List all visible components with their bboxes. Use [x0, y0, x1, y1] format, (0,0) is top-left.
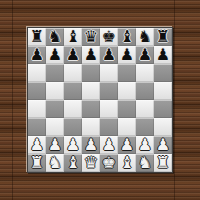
square-d4[interactable] — [82, 100, 100, 118]
square-g4[interactable] — [136, 100, 154, 118]
square-h6[interactable] — [154, 64, 172, 82]
square-h5[interactable] — [154, 82, 172, 100]
white-bishop-piece[interactable]: ♝ — [66, 154, 80, 172]
wood-plank-seam — [174, 0, 175, 200]
square-d6[interactable] — [82, 64, 100, 82]
square-f7[interactable]: ♟ — [118, 46, 136, 64]
square-f3[interactable] — [118, 118, 136, 136]
square-e3[interactable] — [100, 118, 118, 136]
black-king-piece[interactable]: ♚ — [102, 28, 116, 46]
square-c3[interactable] — [64, 118, 82, 136]
square-h7[interactable]: ♟ — [154, 46, 172, 64]
square-b4[interactable] — [46, 100, 64, 118]
square-c5[interactable] — [64, 82, 82, 100]
square-g8[interactable]: ♞ — [136, 28, 154, 46]
black-pawn-piece[interactable]: ♟ — [156, 46, 170, 64]
square-g7[interactable]: ♟ — [136, 46, 154, 64]
wood-table-background: ♜♞♝♛♚♝♞♜♟♟♟♟♟♟♟♟♟♟♟♟♟♟♟♟♜♞♝♛♚♝♞♜ — [0, 0, 200, 200]
black-pawn-piece[interactable]: ♟ — [138, 46, 152, 64]
white-pawn-piece[interactable]: ♟ — [120, 136, 134, 154]
white-pawn-piece[interactable]: ♟ — [66, 136, 80, 154]
black-pawn-piece[interactable]: ♟ — [102, 46, 116, 64]
square-c6[interactable] — [64, 64, 82, 82]
square-h8[interactable]: ♜ — [154, 28, 172, 46]
square-g3[interactable] — [136, 118, 154, 136]
square-b2[interactable]: ♟ — [46, 136, 64, 154]
square-g6[interactable] — [136, 64, 154, 82]
square-c1[interactable]: ♝ — [64, 154, 82, 172]
white-pawn-piece[interactable]: ♟ — [48, 136, 62, 154]
square-g2[interactable]: ♟ — [136, 136, 154, 154]
black-knight-piece[interactable]: ♞ — [138, 28, 152, 46]
black-pawn-piece[interactable]: ♟ — [84, 46, 98, 64]
white-pawn-piece[interactable]: ♟ — [156, 136, 170, 154]
square-d7[interactable]: ♟ — [82, 46, 100, 64]
square-a5[interactable] — [28, 82, 46, 100]
white-rook-piece[interactable]: ♜ — [156, 154, 170, 172]
square-f6[interactable] — [118, 64, 136, 82]
square-f5[interactable] — [118, 82, 136, 100]
square-g5[interactable] — [136, 82, 154, 100]
square-d5[interactable] — [82, 82, 100, 100]
black-pawn-piece[interactable]: ♟ — [30, 46, 44, 64]
square-e2[interactable]: ♟ — [100, 136, 118, 154]
square-f1[interactable]: ♝ — [118, 154, 136, 172]
white-king-piece[interactable]: ♚ — [102, 154, 116, 172]
square-e8[interactable]: ♚ — [100, 28, 118, 46]
black-pawn-piece[interactable]: ♟ — [120, 46, 134, 64]
black-knight-piece[interactable]: ♞ — [48, 28, 62, 46]
square-a7[interactable]: ♟ — [28, 46, 46, 64]
square-e5[interactable] — [100, 82, 118, 100]
black-pawn-piece[interactable]: ♟ — [66, 46, 80, 64]
square-b7[interactable]: ♟ — [46, 46, 64, 64]
black-rook-piece[interactable]: ♜ — [156, 28, 170, 46]
square-a4[interactable] — [28, 100, 46, 118]
wood-plank-seam — [12, 0, 13, 200]
white-queen-piece[interactable]: ♛ — [84, 154, 98, 172]
square-b5[interactable] — [46, 82, 64, 100]
chess-board: ♜♞♝♛♚♝♞♜♟♟♟♟♟♟♟♟♟♟♟♟♟♟♟♟♜♞♝♛♚♝♞♜ — [27, 27, 173, 173]
square-h3[interactable] — [154, 118, 172, 136]
white-pawn-piece[interactable]: ♟ — [138, 136, 152, 154]
black-pawn-piece[interactable]: ♟ — [48, 46, 62, 64]
square-d1[interactable]: ♛ — [82, 154, 100, 172]
square-f4[interactable] — [118, 100, 136, 118]
white-knight-piece[interactable]: ♞ — [48, 154, 62, 172]
white-pawn-piece[interactable]: ♟ — [102, 136, 116, 154]
square-c8[interactable]: ♝ — [64, 28, 82, 46]
black-bishop-piece[interactable]: ♝ — [66, 28, 80, 46]
square-e7[interactable]: ♟ — [100, 46, 118, 64]
black-bishop-piece[interactable]: ♝ — [120, 28, 134, 46]
square-a1[interactable]: ♜ — [28, 154, 46, 172]
square-a3[interactable] — [28, 118, 46, 136]
square-h4[interactable] — [154, 100, 172, 118]
black-queen-piece[interactable]: ♛ — [84, 28, 98, 46]
square-a8[interactable]: ♜ — [28, 28, 46, 46]
square-c2[interactable]: ♟ — [64, 136, 82, 154]
square-b8[interactable]: ♞ — [46, 28, 64, 46]
square-h2[interactable]: ♟ — [154, 136, 172, 154]
square-f8[interactable]: ♝ — [118, 28, 136, 46]
square-c4[interactable] — [64, 100, 82, 118]
square-h1[interactable]: ♜ — [154, 154, 172, 172]
square-a2[interactable]: ♟ — [28, 136, 46, 154]
white-rook-piece[interactable]: ♜ — [30, 154, 44, 172]
black-rook-piece[interactable]: ♜ — [30, 28, 44, 46]
white-knight-piece[interactable]: ♞ — [138, 154, 152, 172]
square-e1[interactable]: ♚ — [100, 154, 118, 172]
square-d2[interactable]: ♟ — [82, 136, 100, 154]
square-d8[interactable]: ♛ — [82, 28, 100, 46]
square-c7[interactable]: ♟ — [64, 46, 82, 64]
square-b1[interactable]: ♞ — [46, 154, 64, 172]
white-pawn-piece[interactable]: ♟ — [84, 136, 98, 154]
white-pawn-piece[interactable]: ♟ — [30, 136, 44, 154]
square-b3[interactable] — [46, 118, 64, 136]
square-d3[interactable] — [82, 118, 100, 136]
square-e4[interactable] — [100, 100, 118, 118]
square-b6[interactable] — [46, 64, 64, 82]
square-g1[interactable]: ♞ — [136, 154, 154, 172]
square-f2[interactable]: ♟ — [118, 136, 136, 154]
white-bishop-piece[interactable]: ♝ — [120, 154, 134, 172]
square-a6[interactable] — [28, 64, 46, 82]
square-e6[interactable] — [100, 64, 118, 82]
